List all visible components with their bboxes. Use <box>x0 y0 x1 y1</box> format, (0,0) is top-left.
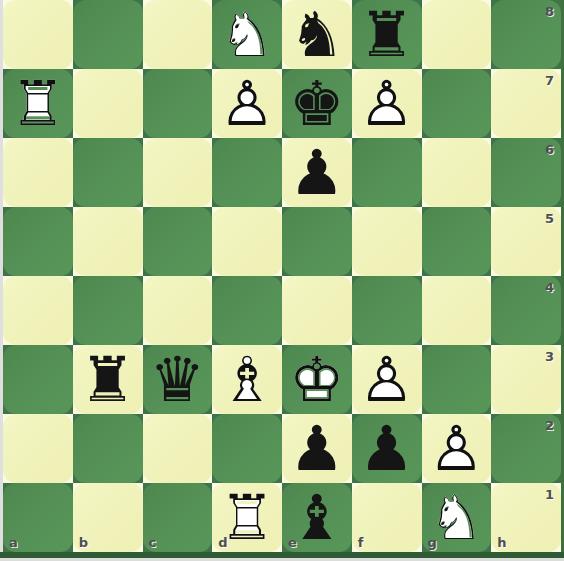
square-e8[interactable]: ♞ <box>282 0 352 69</box>
square-tile <box>282 276 352 345</box>
square-d6[interactable] <box>212 138 282 207</box>
square-tile <box>3 414 73 483</box>
file-label-d: d <box>218 536 227 549</box>
piece-black-queen-c3[interactable]: ♛ <box>143 345 213 414</box>
rank-label-2: 2 <box>545 419 554 432</box>
square-h2[interactable]: 2 <box>491 414 561 483</box>
square-tile <box>3 0 73 69</box>
square-d4[interactable] <box>212 276 282 345</box>
black-pawn-glyph: ♟ <box>289 138 345 207</box>
square-e6[interactable]: ♟ <box>282 138 352 207</box>
square-a4[interactable] <box>3 276 73 345</box>
square-a1[interactable]: a <box>3 483 73 552</box>
square-b6[interactable] <box>73 138 143 207</box>
square-tile <box>422 0 492 69</box>
square-tile <box>73 414 143 483</box>
piece-black-rook-b3[interactable]: ♜ <box>73 345 143 414</box>
square-tile <box>73 138 143 207</box>
square-tile <box>143 0 213 69</box>
square-f1[interactable]: f <box>352 483 422 552</box>
white-rook-glyph: ♜♖ <box>10 69 66 138</box>
square-tile <box>143 207 213 276</box>
black-piece-body: ♜ <box>80 343 136 416</box>
piece-white-bishop-d3[interactable]: ♝♗ <box>212 345 282 414</box>
piece-black-pawn-e6[interactable]: ♟ <box>282 138 352 207</box>
square-a7[interactable]: ♜♖ <box>3 69 73 138</box>
square-h3[interactable]: 3 <box>491 345 561 414</box>
square-e7[interactable]: ♚ <box>282 69 352 138</box>
square-b4[interactable] <box>73 276 143 345</box>
black-knight-glyph: ♞ <box>289 0 345 69</box>
piece-white-pawn-g2[interactable]: ♟♙ <box>422 414 492 483</box>
square-g5[interactable] <box>422 207 492 276</box>
file-label-e: e <box>288 536 297 549</box>
white-piece-outline: ♙ <box>359 343 415 416</box>
black-piece-body: ♟ <box>359 412 415 485</box>
square-e1[interactable]: e♝ <box>282 483 352 552</box>
rank-label-8: 8 <box>545 5 554 18</box>
square-d3[interactable]: ♝♗ <box>212 345 282 414</box>
file-label-c: c <box>149 536 157 549</box>
white-king-glyph: ♚♔ <box>289 345 345 414</box>
rank-label-3: 3 <box>545 350 554 363</box>
file-label-a: a <box>9 536 18 549</box>
square-tile <box>73 0 143 69</box>
square-d2[interactable] <box>212 414 282 483</box>
square-a2[interactable] <box>3 414 73 483</box>
white-pawn-glyph: ♟♙ <box>359 69 415 138</box>
white-piece-outline: ♗ <box>219 343 275 416</box>
square-a5[interactable] <box>3 207 73 276</box>
square-g1[interactable]: g♞♘ <box>422 483 492 552</box>
square-g8[interactable] <box>422 0 492 69</box>
square-tile <box>3 276 73 345</box>
square-c1[interactable]: c <box>143 483 213 552</box>
black-piece-body: ♛ <box>150 343 206 416</box>
square-d8[interactable]: ♞♘ <box>212 0 282 69</box>
black-piece-body: ♞ <box>289 0 345 71</box>
square-tile <box>212 276 282 345</box>
white-bishop-glyph: ♝♗ <box>219 345 275 414</box>
chess-board-wrap: ♞♘♞♜8♜♖♟♙♚♟♙7♟654♜♛♝♗♚♔♟♙3♟♟♟♙2abcd♜♖e♝f… <box>0 0 564 561</box>
white-piece-outline: ♙ <box>219 67 275 140</box>
white-piece-outline: ♘ <box>219 0 275 71</box>
square-b2[interactable] <box>73 414 143 483</box>
file-label-b: b <box>79 536 88 549</box>
square-e4[interactable] <box>282 276 352 345</box>
square-d5[interactable] <box>212 207 282 276</box>
square-tile <box>422 345 492 414</box>
black-piece-body: ♝ <box>289 481 345 554</box>
piece-white-king-e3[interactable]: ♚♔ <box>282 345 352 414</box>
square-f8[interactable]: ♜ <box>352 0 422 69</box>
square-tile <box>282 207 352 276</box>
file-label-h: h <box>497 536 506 549</box>
black-queen-glyph: ♛ <box>150 345 206 414</box>
square-c3[interactable]: ♛ <box>143 345 213 414</box>
square-tile <box>143 414 213 483</box>
white-piece-outline: ♔ <box>289 343 345 416</box>
square-e2[interactable]: ♟ <box>282 414 352 483</box>
square-c5[interactable] <box>143 207 213 276</box>
square-tile <box>422 138 492 207</box>
square-a3[interactable] <box>3 345 73 414</box>
file-label-f: f <box>358 536 364 549</box>
square-tile <box>143 69 213 138</box>
square-a8[interactable] <box>3 0 73 69</box>
black-rook-glyph: ♜ <box>359 0 415 69</box>
square-h7[interactable]: 7 <box>491 69 561 138</box>
file-label-g: g <box>428 536 437 549</box>
piece-white-knight-d8[interactable]: ♞♘ <box>212 0 282 69</box>
square-g4[interactable] <box>422 276 492 345</box>
white-pawn-glyph: ♟♙ <box>219 69 275 138</box>
square-b7[interactable] <box>73 69 143 138</box>
piece-black-king-e7[interactable]: ♚ <box>282 69 352 138</box>
square-a6[interactable] <box>3 138 73 207</box>
square-b8[interactable] <box>73 0 143 69</box>
square-d7[interactable]: ♟♙ <box>212 69 282 138</box>
rank-label-1: 1 <box>545 488 554 501</box>
square-tile <box>143 138 213 207</box>
piece-white-rook-a7[interactable]: ♜♖ <box>3 69 73 138</box>
square-f3[interactable]: ♟♙ <box>352 345 422 414</box>
square-tile <box>73 276 143 345</box>
square-e3[interactable]: ♚♔ <box>282 345 352 414</box>
white-pawn-glyph: ♟♙ <box>429 414 485 483</box>
square-tile <box>212 414 282 483</box>
chess-board: ♞♘♞♜8♜♖♟♙♚♟♙7♟654♜♛♝♗♚♔♟♙3♟♟♟♙2abcd♜♖e♝f… <box>3 0 561 552</box>
square-h5[interactable]: 5 <box>491 207 561 276</box>
square-b1[interactable]: b <box>73 483 143 552</box>
white-piece-outline: ♙ <box>429 412 485 485</box>
square-tile <box>212 207 282 276</box>
square-f5[interactable] <box>352 207 422 276</box>
black-pawn-glyph: ♟ <box>359 414 415 483</box>
square-f2[interactable]: ♟ <box>352 414 422 483</box>
square-tile <box>3 207 73 276</box>
square-tile <box>352 138 422 207</box>
black-piece-body: ♟ <box>289 412 345 485</box>
square-h1[interactable]: 1h <box>491 483 561 552</box>
rank-label-4: 4 <box>545 281 554 294</box>
rank-label-6: 6 <box>545 143 554 156</box>
piece-black-pawn-e2[interactable]: ♟ <box>282 414 352 483</box>
square-h4[interactable]: 4 <box>491 276 561 345</box>
square-c8[interactable] <box>143 0 213 69</box>
white-pawn-glyph: ♟♙ <box>359 345 415 414</box>
square-c7[interactable] <box>143 69 213 138</box>
piece-black-rook-f8[interactable]: ♜ <box>352 0 422 69</box>
square-d1[interactable]: d♜♖ <box>212 483 282 552</box>
square-tile <box>3 138 73 207</box>
square-f6[interactable] <box>352 138 422 207</box>
piece-black-knight-e8[interactable]: ♞ <box>282 0 352 69</box>
square-h8[interactable]: 8 <box>491 0 561 69</box>
rank-label-7: 7 <box>545 74 554 87</box>
piece-black-pawn-f2[interactable]: ♟ <box>352 414 422 483</box>
square-f7[interactable]: ♟♙ <box>352 69 422 138</box>
square-tile <box>143 276 213 345</box>
black-king-glyph: ♚ <box>289 69 345 138</box>
square-g2[interactable]: ♟♙ <box>422 414 492 483</box>
piece-white-pawn-d7[interactable]: ♟♙ <box>212 69 282 138</box>
square-tile <box>422 276 492 345</box>
square-b3[interactable]: ♜ <box>73 345 143 414</box>
piece-white-pawn-f7[interactable]: ♟♙ <box>352 69 422 138</box>
square-g7[interactable] <box>422 69 492 138</box>
white-piece-outline: ♙ <box>359 67 415 140</box>
white-piece-outline: ♖ <box>10 67 66 140</box>
square-e5[interactable] <box>282 207 352 276</box>
rank-label-5: 5 <box>545 212 554 225</box>
square-g3[interactable] <box>422 345 492 414</box>
square-tile <box>73 207 143 276</box>
black-pawn-glyph: ♟ <box>289 414 345 483</box>
black-piece-body: ♚ <box>289 67 345 140</box>
black-piece-body: ♟ <box>289 136 345 209</box>
square-h6[interactable]: 6 <box>491 138 561 207</box>
black-piece-body: ♜ <box>359 0 415 71</box>
square-tile <box>352 207 422 276</box>
black-bishop-glyph: ♝ <box>289 483 345 552</box>
square-tile <box>3 345 73 414</box>
square-c4[interactable] <box>143 276 213 345</box>
square-c2[interactable] <box>143 414 213 483</box>
square-g6[interactable] <box>422 138 492 207</box>
square-tile <box>422 207 492 276</box>
piece-white-pawn-f3[interactable]: ♟♙ <box>352 345 422 414</box>
square-b5[interactable] <box>73 207 143 276</box>
square-tile <box>352 276 422 345</box>
white-knight-glyph: ♞♘ <box>219 0 275 69</box>
square-f4[interactable] <box>352 276 422 345</box>
square-tile <box>422 69 492 138</box>
square-tile <box>212 138 282 207</box>
black-rook-glyph: ♜ <box>80 345 136 414</box>
square-tile <box>73 69 143 138</box>
square-c6[interactable] <box>143 138 213 207</box>
